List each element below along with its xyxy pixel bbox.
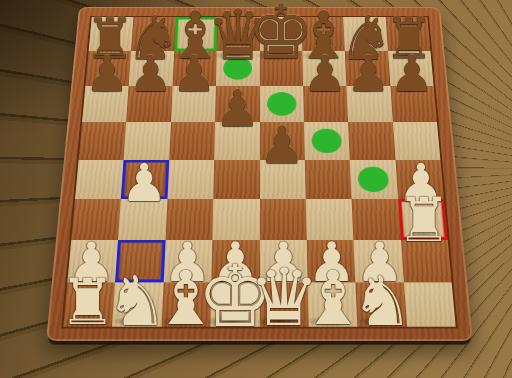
piece-white-knight-g1[interactable]: ♞ xyxy=(351,266,413,336)
piece-black-pawn-d6[interactable]: ♟ xyxy=(215,84,260,134)
piece-white-rook-h3[interactable]: ♜ xyxy=(397,189,452,250)
piece-black-pawn-h7[interactable]: ♟ xyxy=(390,50,434,99)
piece-black-pawn-g7[interactable]: ♟ xyxy=(346,50,390,99)
piece-white-pawn-b4[interactable]: ♟ xyxy=(121,157,168,209)
piece-black-pawn-f7[interactable]: ♟ xyxy=(303,50,347,99)
piece-black-pawn-a7[interactable]: ♟ xyxy=(85,50,129,99)
piece-black-pawn-c7[interactable]: ♟ xyxy=(172,50,216,99)
piece-black-pawn-e5[interactable]: ♟ xyxy=(259,120,305,171)
piece-black-pawn-b7[interactable]: ♟ xyxy=(129,50,173,99)
pieces-layer: ♜♞♝♛♚♝♞♜♟♟♟♟♟♟♟♟♟♟♜♟♟♟♟♟♟♜♞♝♚♛♝♞ xyxy=(0,0,512,378)
